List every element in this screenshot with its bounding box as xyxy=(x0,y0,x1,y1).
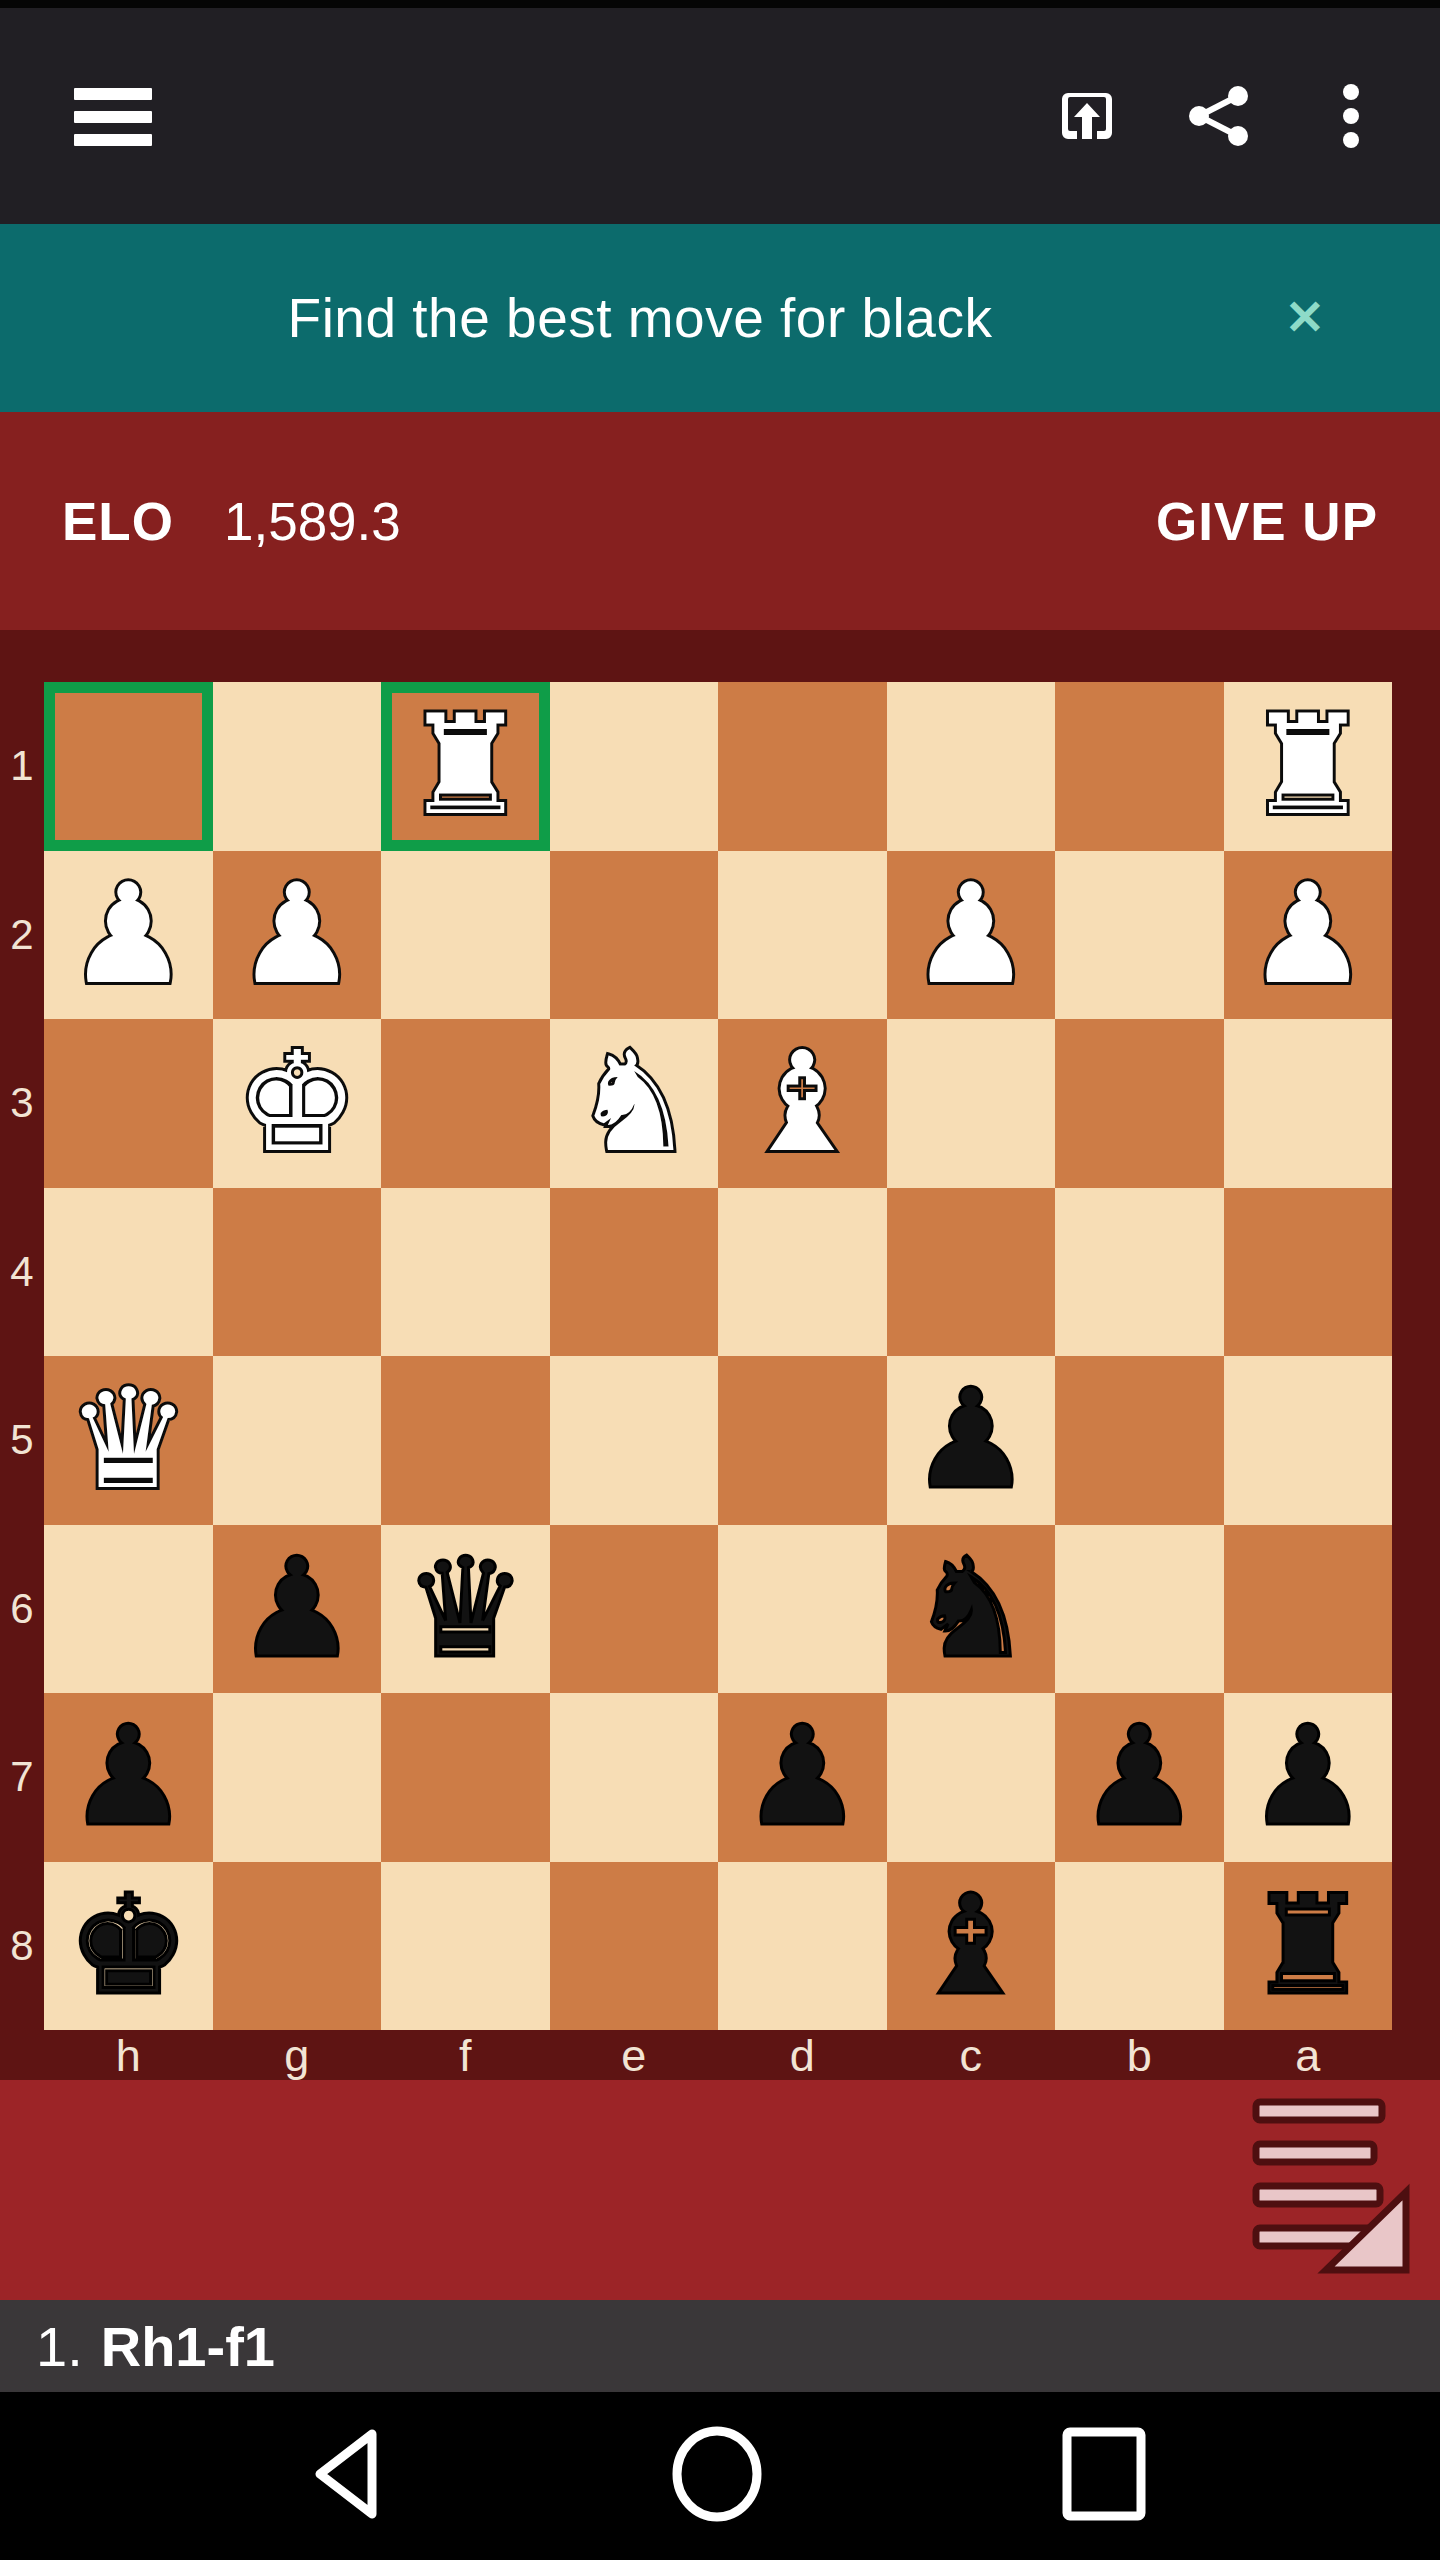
black-piece-P: ♟ xyxy=(1246,1708,1370,1846)
rank-label-2: 2 xyxy=(0,851,44,1020)
white-piece-P: ♟ xyxy=(235,866,359,1004)
square-a4[interactable] xyxy=(1224,1188,1393,1357)
square-d5[interactable] xyxy=(718,1356,887,1525)
square-a3[interactable] xyxy=(1224,1019,1393,1188)
square-e3[interactable]: ♞ xyxy=(550,1019,719,1188)
square-h7[interactable]: ♟ xyxy=(44,1693,213,1862)
square-b1[interactable] xyxy=(1055,682,1224,851)
square-c3[interactable] xyxy=(887,1019,1056,1188)
black-piece-P: ♟ xyxy=(235,1540,359,1678)
square-f7[interactable] xyxy=(381,1693,550,1862)
toolbar-actions xyxy=(1054,8,1440,224)
white-piece-N: ♞ xyxy=(572,1034,696,1172)
white-piece-R: ♜ xyxy=(1246,697,1370,835)
square-c1[interactable] xyxy=(887,682,1056,851)
task-banner: Find the best move for black ✕ xyxy=(0,224,1440,412)
export-position-icon[interactable] xyxy=(1054,83,1120,149)
move-number: 1. xyxy=(36,2314,83,2379)
square-h8[interactable]: ♚ xyxy=(44,1862,213,2031)
elo-value: 1,589.3 xyxy=(224,491,401,552)
puzzle-status-bar: ELO 1,589.3 GIVE UP xyxy=(0,412,1440,630)
rank-label-6: 6 xyxy=(0,1525,44,1694)
black-piece-N: ♞ xyxy=(909,1540,1033,1678)
share-icon[interactable] xyxy=(1186,83,1252,149)
square-g4[interactable] xyxy=(213,1188,382,1357)
black-piece-K: ♚ xyxy=(66,1877,190,2015)
square-a8[interactable]: ♜ xyxy=(1224,1862,1393,2031)
black-piece-B: ♝ xyxy=(909,1877,1033,2015)
square-h1[interactable] xyxy=(44,682,213,851)
square-f6[interactable]: ♛ xyxy=(381,1525,550,1694)
square-e1[interactable] xyxy=(550,682,719,851)
black-piece-P: ♟ xyxy=(1077,1708,1201,1846)
square-a2[interactable]: ♟ xyxy=(1224,851,1393,1020)
white-piece-K: ♚ xyxy=(235,1034,359,1172)
white-piece-B: ♝ xyxy=(740,1034,864,1172)
square-d4[interactable] xyxy=(718,1188,887,1357)
square-a5[interactable] xyxy=(1224,1356,1393,1525)
square-f4[interactable] xyxy=(381,1188,550,1357)
black-piece-P: ♟ xyxy=(909,1371,1033,1509)
square-a1[interactable]: ♜ xyxy=(1224,682,1393,851)
home-icon[interactable] xyxy=(671,2426,763,2526)
rank-label-3: 3 xyxy=(0,1019,44,1188)
more-options-icon[interactable] xyxy=(1318,83,1384,149)
rank-label-4: 4 xyxy=(0,1188,44,1357)
square-h4[interactable] xyxy=(44,1188,213,1357)
square-c4[interactable] xyxy=(887,1188,1056,1357)
square-b3[interactable] xyxy=(1055,1019,1224,1188)
close-icon[interactable]: ✕ xyxy=(1285,294,1325,342)
file-label-b: b xyxy=(1055,2030,1224,2082)
square-g6[interactable]: ♟ xyxy=(213,1525,382,1694)
file-label-f: f xyxy=(381,2030,550,2082)
file-label-h: h xyxy=(44,2030,213,2082)
square-c6[interactable]: ♞ xyxy=(887,1525,1056,1694)
file-label-c: c xyxy=(887,2030,1056,2082)
black-piece-P: ♟ xyxy=(66,1708,190,1846)
square-g1[interactable] xyxy=(213,682,382,851)
rank-label-5: 5 xyxy=(0,1356,44,1525)
square-b2[interactable] xyxy=(1055,851,1224,1020)
hamburger-menu-icon[interactable] xyxy=(74,88,152,146)
file-labels: hgfedcba xyxy=(44,2030,1392,2082)
square-h2[interactable]: ♟ xyxy=(44,851,213,1020)
square-h3[interactable] xyxy=(44,1019,213,1188)
back-icon[interactable] xyxy=(310,2428,380,2524)
square-e7[interactable] xyxy=(550,1693,719,1862)
rank-labels: 12345678 xyxy=(0,682,44,2030)
square-f2[interactable] xyxy=(381,851,550,1020)
square-h5[interactable]: ♛ xyxy=(44,1356,213,1525)
square-e4[interactable] xyxy=(550,1188,719,1357)
square-b6[interactable] xyxy=(1055,1525,1224,1694)
square-a7[interactable]: ♟ xyxy=(1224,1693,1393,1862)
square-g3[interactable]: ♚ xyxy=(213,1019,382,1188)
square-c7[interactable] xyxy=(887,1693,1056,1862)
white-piece-P: ♟ xyxy=(909,866,1033,1004)
square-g5[interactable] xyxy=(213,1356,382,1525)
square-d7[interactable]: ♟ xyxy=(718,1693,887,1862)
file-label-d: d xyxy=(718,2030,887,2082)
square-g2[interactable]: ♟ xyxy=(213,851,382,1020)
square-d1[interactable] xyxy=(718,682,887,851)
give-up-button[interactable]: GIVE UP xyxy=(1156,491,1378,552)
moves-panel xyxy=(0,2080,1440,2300)
square-e5[interactable] xyxy=(550,1356,719,1525)
square-a6[interactable] xyxy=(1224,1525,1393,1694)
square-g8[interactable] xyxy=(213,1862,382,2031)
black-piece-R: ♜ xyxy=(1246,1877,1370,2015)
file-label-a: a xyxy=(1224,2030,1393,2082)
move-list-bar[interactable]: 1. Rh1-f1 xyxy=(0,2300,1440,2392)
square-g7[interactable] xyxy=(213,1693,382,1862)
square-f1[interactable]: ♜ xyxy=(381,682,550,851)
android-nav-bar xyxy=(0,2392,1440,2560)
square-e2[interactable] xyxy=(550,851,719,1020)
black-piece-P: ♟ xyxy=(740,1708,864,1846)
file-label-g: g xyxy=(213,2030,382,2082)
move-notation: Rh1-f1 xyxy=(101,2314,275,2379)
square-b5[interactable] xyxy=(1055,1356,1224,1525)
app-toolbar xyxy=(0,8,1440,224)
white-piece-P: ♟ xyxy=(1246,866,1370,1004)
chess-board: ♜♜♟♟♟♟♚♞♝♛♟♟♛♞♟♟♟♟♚♝♜ xyxy=(44,682,1392,2030)
square-f3[interactable] xyxy=(381,1019,550,1188)
square-h6[interactable] xyxy=(44,1525,213,1694)
file-label-e: e xyxy=(550,2030,719,2082)
square-e6[interactable] xyxy=(550,1525,719,1694)
move-list-drag-handle-icon[interactable] xyxy=(1234,2092,1418,2278)
recents-icon[interactable] xyxy=(1061,2426,1147,2526)
square-d8[interactable] xyxy=(718,1862,887,2031)
square-c2[interactable]: ♟ xyxy=(887,851,1056,1020)
square-c8[interactable]: ♝ xyxy=(887,1862,1056,2031)
task-banner-text: Find the best move for black xyxy=(288,286,993,350)
square-f5[interactable] xyxy=(381,1356,550,1525)
white-piece-Q: ♛ xyxy=(66,1371,190,1509)
rank-label-1: 1 xyxy=(0,682,44,851)
status-bar xyxy=(0,0,1440,8)
board-area: 12345678 ♜♜♟♟♟♟♚♞♝♛♟♟♛♞♟♟♟♟♚♝♜ hgfedcba xyxy=(0,630,1440,2080)
rank-label-7: 7 xyxy=(0,1693,44,1862)
rank-label-8: 8 xyxy=(0,1862,44,2031)
square-b4[interactable] xyxy=(1055,1188,1224,1357)
square-f8[interactable] xyxy=(381,1862,550,2031)
black-piece-Q: ♛ xyxy=(403,1540,527,1678)
square-d6[interactable] xyxy=(718,1525,887,1694)
white-piece-R: ♜ xyxy=(403,697,527,835)
square-d3[interactable]: ♝ xyxy=(718,1019,887,1188)
square-c5[interactable]: ♟ xyxy=(887,1356,1056,1525)
square-b8[interactable] xyxy=(1055,1862,1224,2031)
white-piece-P: ♟ xyxy=(66,866,190,1004)
elo-label: ELO xyxy=(62,491,174,552)
square-b7[interactable]: ♟ xyxy=(1055,1693,1224,1862)
square-e8[interactable] xyxy=(550,1862,719,2031)
square-d2[interactable] xyxy=(718,851,887,1020)
